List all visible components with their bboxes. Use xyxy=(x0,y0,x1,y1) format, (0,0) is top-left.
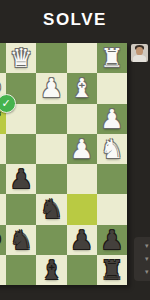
board-square-c1[interactable] xyxy=(36,43,66,73)
board-square-d8[interactable] xyxy=(6,255,36,285)
board-square-c5[interactable] xyxy=(36,164,66,194)
avatar[interactable] xyxy=(131,44,148,62)
header: SOLVE xyxy=(0,0,150,43)
panel-icon-3[interactable]: ▾ xyxy=(145,268,150,276)
board-square-d6[interactable] xyxy=(6,194,36,224)
correct-move-badge: ✓ xyxy=(0,94,16,113)
white-pawn-piece[interactable]: ♟ xyxy=(67,134,97,164)
board-square-d4[interactable] xyxy=(6,134,36,164)
board-square-b4[interactable]: ♟ xyxy=(67,134,97,164)
board-square-d1[interactable]: ♛ xyxy=(6,43,36,73)
black-knight-piece[interactable]: ♞ xyxy=(36,194,66,224)
board-square-b8[interactable] xyxy=(67,255,97,285)
black-pawn-piece[interactable]: ♟ xyxy=(67,225,97,255)
board-square-a2[interactable] xyxy=(97,73,127,103)
board-square-d7[interactable]: ♞ xyxy=(6,225,36,255)
board-square-b7[interactable]: ♟ xyxy=(67,225,97,255)
board-square-c3[interactable] xyxy=(36,104,66,134)
board-square-b3[interactable] xyxy=(67,104,97,134)
avatar-shirt xyxy=(133,55,146,62)
black-pawn-piece[interactable]: ♟ xyxy=(6,164,36,194)
board-square-a5[interactable] xyxy=(97,164,127,194)
white-bishop-piece[interactable]: ♝ xyxy=(67,73,97,103)
board-square-b2[interactable]: ♝ xyxy=(67,73,97,103)
chess-board[interactable]: ♛♜♚♟♝♛♟♟♞♟♞♚♞♟♟♝♜✓ xyxy=(0,43,127,285)
black-knight-piece[interactable]: ♞ xyxy=(6,225,36,255)
side-panel[interactable]: ▾ ▾ ▾ xyxy=(134,237,150,281)
black-bishop-piece[interactable]: ♝ xyxy=(36,255,66,285)
board-square-c7[interactable] xyxy=(36,225,66,255)
white-pawn-piece[interactable]: ♟ xyxy=(97,104,127,134)
white-rook-piece[interactable]: ♜ xyxy=(97,43,127,73)
board-square-a4[interactable]: ♞ xyxy=(97,134,127,164)
black-rook-piece[interactable]: ♜ xyxy=(97,255,127,285)
board-square-a7[interactable]: ♟ xyxy=(97,225,127,255)
white-queen-piece[interactable]: ♛ xyxy=(6,43,36,73)
board-square-c2[interactable]: ♟ xyxy=(36,73,66,103)
white-knight-piece[interactable]: ♞ xyxy=(97,134,127,164)
board-square-a1[interactable]: ♜ xyxy=(97,43,127,73)
puzzle-screen: SOLVE ♛♜♚♟♝♛♟♟♞♟♞♚♞♟♟♝♜✓ ▾ ▾ ▾ xyxy=(0,0,150,300)
board-square-d5[interactable]: ♟ xyxy=(6,164,36,194)
panel-icon-2[interactable]: ▾ xyxy=(145,255,150,263)
black-pawn-piece[interactable]: ♟ xyxy=(97,225,127,255)
board-square-a3[interactable]: ♟ xyxy=(97,104,127,134)
board-square-a8[interactable]: ♜ xyxy=(97,255,127,285)
board-square-c8[interactable]: ♝ xyxy=(36,255,66,285)
avatar-face xyxy=(136,47,143,55)
board-square-b1[interactable] xyxy=(67,43,97,73)
board-square-c4[interactable] xyxy=(36,134,66,164)
white-pawn-piece[interactable]: ♟ xyxy=(36,73,66,103)
board-square-b6[interactable] xyxy=(67,194,97,224)
board-square-a6[interactable] xyxy=(97,194,127,224)
board-square-c6[interactable]: ♞ xyxy=(36,194,66,224)
board-square-b5[interactable] xyxy=(67,164,97,194)
page-title: SOLVE xyxy=(43,10,107,30)
panel-icon-1[interactable]: ▾ xyxy=(145,242,150,250)
